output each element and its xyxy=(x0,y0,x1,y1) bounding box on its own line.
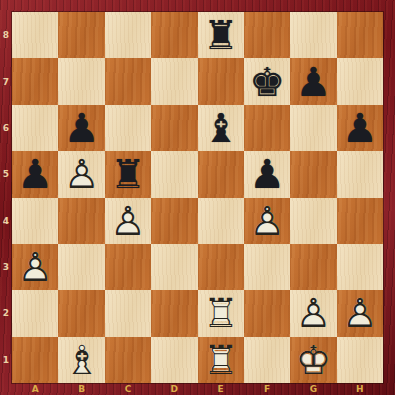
black-rook[interactable]: ♜ xyxy=(105,151,151,197)
square-e7[interactable] xyxy=(198,58,244,104)
square-b8[interactable] xyxy=(58,12,104,58)
rank-label-1: 1 xyxy=(0,337,12,383)
square-g6[interactable] xyxy=(290,105,336,151)
square-e6[interactable]: ♝ xyxy=(198,105,244,151)
white-rook[interactable]: ♜♖ xyxy=(198,337,244,383)
file-label-f: F xyxy=(244,383,290,395)
square-h2[interactable]: ♟♙ xyxy=(337,290,383,336)
square-g2[interactable]: ♟♙ xyxy=(290,290,336,336)
square-d3[interactable] xyxy=(151,244,197,290)
square-b3[interactable] xyxy=(58,244,104,290)
square-c3[interactable] xyxy=(105,244,151,290)
square-h5[interactable] xyxy=(337,151,383,197)
white-pawn[interactable]: ♟♙ xyxy=(58,151,104,197)
square-e5[interactable] xyxy=(198,151,244,197)
square-d5[interactable] xyxy=(151,151,197,197)
square-c5[interactable]: ♜ xyxy=(105,151,151,197)
white-king[interactable]: ♚♔ xyxy=(290,337,336,383)
rank-label-4: 4 xyxy=(0,198,12,244)
black-pawn[interactable]: ♟ xyxy=(244,151,290,197)
white-rook[interactable]: ♜♖ xyxy=(198,290,244,336)
black-pawn[interactable]: ♟ xyxy=(12,151,58,197)
white-pawn[interactable]: ♟♙ xyxy=(105,198,151,244)
file-label-d: D xyxy=(151,383,197,395)
square-c7[interactable] xyxy=(105,58,151,104)
square-d2[interactable] xyxy=(151,290,197,336)
square-a6[interactable] xyxy=(12,105,58,151)
file-label-e: E xyxy=(198,383,244,395)
rank-label-8: 8 xyxy=(0,12,12,58)
square-a8[interactable] xyxy=(12,12,58,58)
square-d7[interactable] xyxy=(151,58,197,104)
square-g3[interactable] xyxy=(290,244,336,290)
file-label-b: B xyxy=(58,383,104,395)
file-labels: ABCDEFGH xyxy=(12,383,383,395)
square-f6[interactable] xyxy=(244,105,290,151)
chess-board[interactable]: ♜♚♟♟♝♟♟♟♙♜♟♟♙♟♙♟♙♜♖♟♙♟♙♝♗♜♖♚♔ xyxy=(12,12,383,383)
black-pawn[interactable]: ♟ xyxy=(290,58,336,104)
square-h4[interactable] xyxy=(337,198,383,244)
square-f8[interactable] xyxy=(244,12,290,58)
square-a4[interactable] xyxy=(12,198,58,244)
square-h1[interactable] xyxy=(337,337,383,383)
rank-label-5: 5 xyxy=(0,151,12,197)
file-label-c: C xyxy=(105,383,151,395)
square-d4[interactable] xyxy=(151,198,197,244)
square-c2[interactable] xyxy=(105,290,151,336)
square-b6[interactable]: ♟ xyxy=(58,105,104,151)
square-a1[interactable] xyxy=(12,337,58,383)
square-c4[interactable]: ♟♙ xyxy=(105,198,151,244)
square-a7[interactable] xyxy=(12,58,58,104)
square-e3[interactable] xyxy=(198,244,244,290)
rank-label-7: 7 xyxy=(0,58,12,104)
square-f1[interactable] xyxy=(244,337,290,383)
file-label-a: A xyxy=(12,383,58,395)
board-frame: 87654321 ♜♚♟♟♝♟♟♟♙♜♟♟♙♟♙♟♙♜♖♟♙♟♙♝♗♜♖♚♔ A… xyxy=(0,0,395,395)
square-h3[interactable] xyxy=(337,244,383,290)
square-d1[interactable] xyxy=(151,337,197,383)
white-pawn[interactable]: ♟♙ xyxy=(12,244,58,290)
square-h6[interactable]: ♟ xyxy=(337,105,383,151)
square-c8[interactable] xyxy=(105,12,151,58)
square-f2[interactable] xyxy=(244,290,290,336)
square-a3[interactable]: ♟♙ xyxy=(12,244,58,290)
square-b7[interactable] xyxy=(58,58,104,104)
square-g1[interactable]: ♚♔ xyxy=(290,337,336,383)
square-f5[interactable]: ♟ xyxy=(244,151,290,197)
square-e4[interactable] xyxy=(198,198,244,244)
square-a2[interactable] xyxy=(12,290,58,336)
rank-label-6: 6 xyxy=(0,105,12,151)
square-d6[interactable] xyxy=(151,105,197,151)
rank-label-3: 3 xyxy=(0,244,12,290)
square-b5[interactable]: ♟♙ xyxy=(58,151,104,197)
black-king[interactable]: ♚ xyxy=(244,58,290,104)
square-b1[interactable]: ♝♗ xyxy=(58,337,104,383)
square-g7[interactable]: ♟ xyxy=(290,58,336,104)
square-f7[interactable]: ♚ xyxy=(244,58,290,104)
white-pawn[interactable]: ♟♙ xyxy=(290,290,336,336)
square-e1[interactable]: ♜♖ xyxy=(198,337,244,383)
square-e8[interactable]: ♜ xyxy=(198,12,244,58)
square-c6[interactable] xyxy=(105,105,151,151)
black-rook[interactable]: ♜ xyxy=(198,12,244,58)
square-b4[interactable] xyxy=(58,198,104,244)
square-h7[interactable] xyxy=(337,58,383,104)
rank-label-2: 2 xyxy=(0,290,12,336)
square-d8[interactable] xyxy=(151,12,197,58)
white-pawn[interactable]: ♟♙ xyxy=(337,290,383,336)
file-label-g: G xyxy=(290,383,336,395)
white-pawn[interactable]: ♟♙ xyxy=(244,198,290,244)
square-c1[interactable] xyxy=(105,337,151,383)
black-pawn[interactable]: ♟ xyxy=(58,105,104,151)
square-g5[interactable] xyxy=(290,151,336,197)
black-pawn[interactable]: ♟ xyxy=(337,105,383,151)
file-label-h: H xyxy=(337,383,383,395)
square-e2[interactable]: ♜♖ xyxy=(198,290,244,336)
square-f3[interactable] xyxy=(244,244,290,290)
black-bishop[interactable]: ♝ xyxy=(198,105,244,151)
rank-labels: 87654321 xyxy=(0,12,12,383)
square-f4[interactable]: ♟♙ xyxy=(244,198,290,244)
square-g8[interactable] xyxy=(290,12,336,58)
white-bishop[interactable]: ♝♗ xyxy=(58,337,104,383)
square-a5[interactable]: ♟ xyxy=(12,151,58,197)
square-g4[interactable] xyxy=(290,198,336,244)
square-b2[interactable] xyxy=(58,290,104,336)
square-h8[interactable] xyxy=(337,12,383,58)
